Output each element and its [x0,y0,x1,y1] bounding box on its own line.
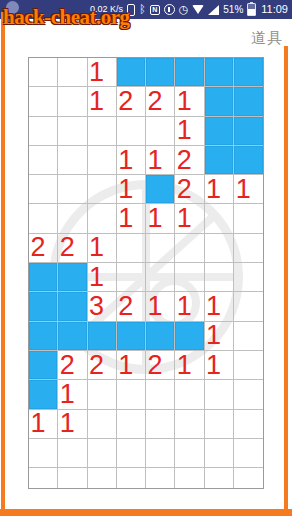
mine-count: 1 [177,117,192,144]
cell-r1c8[interactable] [234,58,263,87]
cell-r3c3[interactable] [88,117,117,146]
cell-r8c4[interactable] [117,263,146,292]
cell-r10c6[interactable] [175,322,204,351]
cell-r10c3[interactable] [88,322,117,351]
cell-r7c4[interactable] [117,234,146,263]
cell-r6c1[interactable] [29,204,58,233]
cell-r10c7[interactable]: 1 [205,322,234,351]
mine-count: 2 [60,234,75,261]
cell-r2c2[interactable] [58,87,87,116]
cell-r12c5[interactable] [146,380,175,409]
cell-r9c2[interactable] [58,292,87,321]
hack-cheat-watermark-text: hack-cheat.org [3,5,130,30]
watermark-frame-right [284,46,288,509]
mine-count: 1 [148,205,163,232]
cell-r10c1[interactable] [29,322,58,351]
cell-r11c7[interactable]: 1 [205,351,234,380]
cell-r3c4[interactable] [117,117,146,146]
cell-r12c4[interactable] [117,380,146,409]
cell-r8c7[interactable] [205,263,234,292]
mine-count: 1 [177,88,192,115]
cell-r5c4[interactable]: 1 [117,175,146,204]
mine-count: 1 [89,59,104,86]
mine-count: 2 [148,352,163,379]
alarm-icon: ◷ [179,4,189,15]
cell-r5c6[interactable]: 2 [175,175,204,204]
cell-r6c5[interactable]: 1 [146,204,175,233]
mine-count: 1 [118,147,133,174]
battery-icon [247,3,256,16]
cell-r4c6[interactable]: 2 [175,146,204,175]
cell-r11c4[interactable]: 1 [117,351,146,380]
cell-r5c8[interactable]: 1 [234,175,263,204]
cell-r6c4[interactable]: 1 [117,204,146,233]
cell-r8c1[interactable] [29,263,58,292]
mine-count: 1 [89,234,104,261]
cell-r7c8[interactable] [234,234,263,263]
cell-r12c1[interactable] [29,380,58,409]
data-saver-icon [164,4,175,15]
cell-r11c2[interactable]: 2 [58,351,87,380]
cell-r4c7[interactable] [205,146,234,175]
cell-r2c7[interactable] [205,87,234,116]
cell-r1c1[interactable] [29,58,58,87]
cell-r12c8[interactable] [234,380,263,409]
cell-r14c4[interactable] [117,439,146,468]
cell-r9c6[interactable]: 1 [175,292,204,321]
cell-r3c7[interactable] [205,117,234,146]
cell-r12c3[interactable] [88,380,117,409]
cell-r10c2[interactable] [58,322,87,351]
mine-count: 1 [206,322,221,349]
cell-r1c7[interactable] [205,58,234,87]
mine-count: 2 [177,176,192,203]
cell-r10c5[interactable] [146,322,175,351]
cell-r3c5[interactable] [146,117,175,146]
cell-r15c3[interactable] [88,468,117,488]
cell-r5c5[interactable] [146,175,175,204]
cell-r4c2[interactable] [58,146,87,175]
battery-percent: 51% [223,5,243,15]
cell-r15c8[interactable] [234,468,263,488]
mine-count: 2 [89,352,104,379]
cell-r8c8[interactable] [234,263,263,292]
tools-button[interactable]: 道具 [251,29,283,48]
cell-r7c1[interactable]: 2 [29,234,58,263]
wifi-icon [192,5,204,14]
cell-r9c3[interactable]: 3 [88,292,117,321]
cell-r11c8[interactable] [234,351,263,380]
mine-count: 2 [118,88,133,115]
cell-r14c1[interactable] [29,439,58,468]
cell-r7c5[interactable] [146,234,175,263]
cell-r8c3[interactable]: 1 [88,263,117,292]
cell-r9c7[interactable]: 1 [205,292,234,321]
cell-r6c6[interactable]: 1 [175,204,204,233]
mine-count: 1 [118,176,133,203]
mine-count: 1 [89,88,104,115]
mine-count: 1 [148,147,163,174]
cell-r11c1[interactable] [29,351,58,380]
mine-count: 1 [148,293,163,320]
cell-r7c7[interactable] [205,234,234,263]
cell-r3c8[interactable] [234,117,263,146]
cell-signal-icon [208,5,219,15]
cell-r6c7[interactable] [205,204,234,233]
bluetooth-icon: ᛒ [139,4,146,15]
mine-count: 2 [31,234,46,261]
mine-count: 1 [118,205,133,232]
mine-count: 2 [148,88,163,115]
cell-r13c3[interactable] [88,410,117,439]
cell-r4c5[interactable]: 1 [146,146,175,175]
cell-r13c2[interactable]: 1 [58,410,87,439]
cell-r1c2[interactable] [58,58,87,87]
cell-r13c8[interactable] [234,410,263,439]
mine-count: 1 [236,176,251,203]
mine-count: 1 [206,176,221,203]
mine-count: 1 [206,352,221,379]
mine-count: 1 [31,410,46,437]
cell-r11c6[interactable]: 1 [175,351,204,380]
cell-r8c6[interactable] [175,263,204,292]
cell-r3c1[interactable] [29,117,58,146]
cell-r15c1[interactable] [29,468,58,488]
cell-r15c6[interactable] [175,468,204,488]
cell-r15c5[interactable] [146,468,175,488]
mine-count: 2 [60,352,75,379]
watermark-frame-bottom [0,509,292,516]
cell-r10c4[interactable] [117,322,146,351]
cell-r4c8[interactable] [234,146,263,175]
cell-r9c1[interactable] [29,292,58,321]
cell-r7c2[interactable]: 2 [58,234,87,263]
cell-r2c3[interactable]: 1 [88,87,117,116]
cell-r9c8[interactable] [234,292,263,321]
cell-r1c5[interactable] [146,58,175,87]
cell-r4c4[interactable]: 1 [117,146,146,175]
clock: 11:09 [261,4,288,15]
cell-r2c6[interactable]: 1 [175,87,204,116]
mine-count: 2 [118,293,133,320]
cell-r13c1[interactable]: 1 [29,410,58,439]
mine-count: 1 [60,381,75,408]
cell-r13c7[interactable] [205,410,234,439]
cell-r11c5[interactable]: 2 [146,351,175,380]
cell-r14c8[interactable] [234,439,263,468]
cell-r15c7[interactable] [205,468,234,488]
cell-r7c6[interactable] [175,234,204,263]
cell-r4c3[interactable] [88,146,117,175]
cell-r12c7[interactable] [205,380,234,409]
watermark-frame-left [1,12,5,509]
cell-r3c2[interactable] [58,117,87,146]
cell-r6c8[interactable] [234,204,263,233]
cell-r13c5[interactable] [146,410,175,439]
cell-r4c1[interactable] [29,146,58,175]
cell-r9c4[interactable]: 2 [117,292,146,321]
cell-r1c6[interactable] [175,58,204,87]
cell-r9c5[interactable]: 1 [146,292,175,321]
cell-r6c3[interactable] [88,204,117,233]
cell-r14c7[interactable] [205,439,234,468]
cell-r2c5[interactable]: 2 [146,87,175,116]
cell-r14c5[interactable] [146,439,175,468]
cell-r12c2[interactable]: 1 [58,380,87,409]
cell-r15c2[interactable] [58,468,87,488]
mine-count: 1 [89,264,104,291]
cell-r5c7[interactable]: 1 [205,175,234,204]
cell-r14c6[interactable] [175,439,204,468]
screen: 0.02 K/s ᛒ N ◷ 51% 11:09 道具 112211112121… [0,0,292,516]
cell-r15c4[interactable] [117,468,146,488]
cell-r7c3[interactable]: 1 [88,234,117,263]
cell-r5c2[interactable] [58,175,87,204]
mine-count: 1 [118,352,133,379]
nfc-icon: N [150,5,160,15]
mine-count: 2 [177,147,192,174]
board: 11221111212111112211321111221211111 [28,57,264,489]
mine-count: 1 [177,205,192,232]
cell-r2c8[interactable] [234,87,263,116]
cell-r1c3[interactable]: 1 [88,58,117,87]
cell-r13c6[interactable] [175,410,204,439]
cell-r12c6[interactable] [175,380,204,409]
cell-r14c3[interactable] [88,439,117,468]
cell-r3c6[interactable]: 1 [175,117,204,146]
cell-r2c4[interactable]: 2 [117,87,146,116]
cell-r2c1[interactable] [29,87,58,116]
cell-r1c4[interactable] [117,58,146,87]
cell-r8c5[interactable] [146,263,175,292]
cell-r10c8[interactable] [234,322,263,351]
mine-count: 1 [206,293,221,320]
mine-count: 1 [177,293,192,320]
cell-r5c3[interactable] [88,175,117,204]
cell-r11c3[interactable]: 2 [88,351,117,380]
cell-r5c1[interactable] [29,175,58,204]
mine-count: 3 [89,293,104,320]
cell-r14c2[interactable] [58,439,87,468]
mine-count: 1 [60,410,75,437]
cell-r6c2[interactable] [58,204,87,233]
cell-r8c2[interactable] [58,263,87,292]
mine-count: 1 [177,352,192,379]
cell-r13c4[interactable] [117,410,146,439]
